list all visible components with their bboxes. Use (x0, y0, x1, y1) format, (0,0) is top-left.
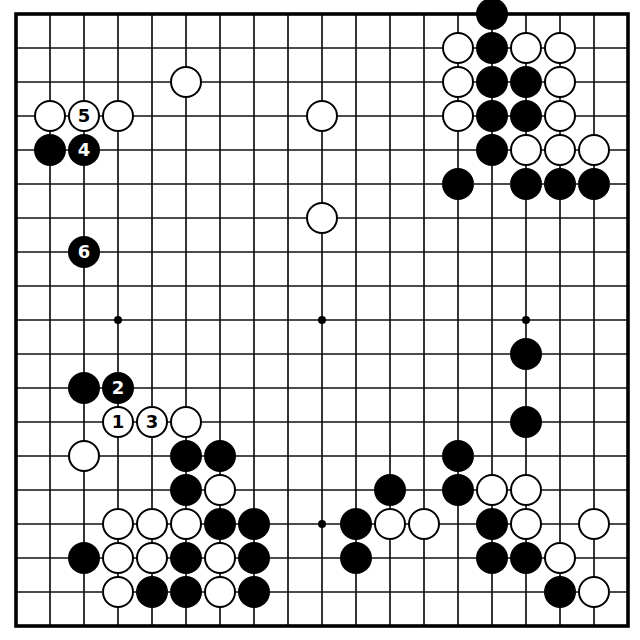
white-stone (544, 134, 576, 166)
black-stone (476, 66, 508, 98)
black-stone (204, 508, 236, 540)
white-stone (544, 66, 576, 98)
white-stone (306, 100, 338, 132)
white-stone (170, 406, 202, 438)
move-number: 5 (78, 107, 91, 125)
white-stone (204, 542, 236, 574)
white-stone (102, 542, 134, 574)
white-stone (510, 32, 542, 64)
white-stone (408, 508, 440, 540)
black-stone (170, 542, 202, 574)
black-stone (544, 168, 576, 200)
white-stone (102, 508, 134, 540)
white-stone (544, 542, 576, 574)
white-stone (476, 474, 508, 506)
move-3-stone-white: 3 (136, 406, 168, 438)
black-stone (170, 440, 202, 472)
black-stone (510, 406, 542, 438)
white-stone (102, 576, 134, 608)
white-stone (204, 474, 236, 506)
move-number: 4 (78, 141, 91, 159)
black-stone (510, 66, 542, 98)
white-stone (578, 134, 610, 166)
move-number: 6 (78, 243, 91, 261)
white-stone (442, 32, 474, 64)
black-stone (476, 100, 508, 132)
black-stone (544, 576, 576, 608)
move-4-stone-black: 4 (68, 134, 100, 166)
black-stone (510, 168, 542, 200)
black-stone (34, 134, 66, 166)
black-stone (340, 542, 372, 574)
black-stone (476, 508, 508, 540)
black-stone (238, 542, 270, 574)
move-2-stone-black: 2 (102, 372, 134, 404)
white-stone (204, 576, 236, 608)
black-stone (476, 542, 508, 574)
white-stone (510, 508, 542, 540)
black-stone (340, 508, 372, 540)
black-stone (510, 542, 542, 574)
black-stone (476, 0, 508, 30)
black-stone (442, 440, 474, 472)
black-stone (442, 474, 474, 506)
white-stone (170, 508, 202, 540)
black-stone (68, 542, 100, 574)
white-stone (68, 440, 100, 472)
black-stone (476, 32, 508, 64)
white-stone (578, 508, 610, 540)
white-stone (544, 32, 576, 64)
black-stone (374, 474, 406, 506)
move-number: 1 (112, 413, 125, 431)
black-stone (204, 440, 236, 472)
white-stone (442, 100, 474, 132)
white-stone (510, 134, 542, 166)
black-stone (170, 474, 202, 506)
go-diagram: 546213 (0, 0, 640, 640)
move-number: 2 (112, 379, 125, 397)
white-stone (578, 576, 610, 608)
move-number: 3 (146, 413, 159, 431)
white-stone (136, 542, 168, 574)
move-5-stone-white: 5 (68, 100, 100, 132)
go-board[interactable]: 546213 (0, 0, 640, 640)
white-stone (544, 100, 576, 132)
white-stone (102, 100, 134, 132)
black-stone (476, 134, 508, 166)
black-stone (136, 576, 168, 608)
black-stone (238, 508, 270, 540)
move-1-stone-white: 1 (102, 406, 134, 438)
white-stone (442, 66, 474, 98)
white-stone (170, 66, 202, 98)
white-stone (34, 100, 66, 132)
black-stone (510, 100, 542, 132)
white-stone (374, 508, 406, 540)
black-stone (578, 168, 610, 200)
black-stone (170, 576, 202, 608)
white-stone (510, 474, 542, 506)
move-6-stone-black: 6 (68, 236, 100, 268)
white-stone (136, 508, 168, 540)
black-stone (238, 576, 270, 608)
black-stone (510, 338, 542, 370)
black-stone (68, 372, 100, 404)
white-stone (306, 202, 338, 234)
black-stone (442, 168, 474, 200)
